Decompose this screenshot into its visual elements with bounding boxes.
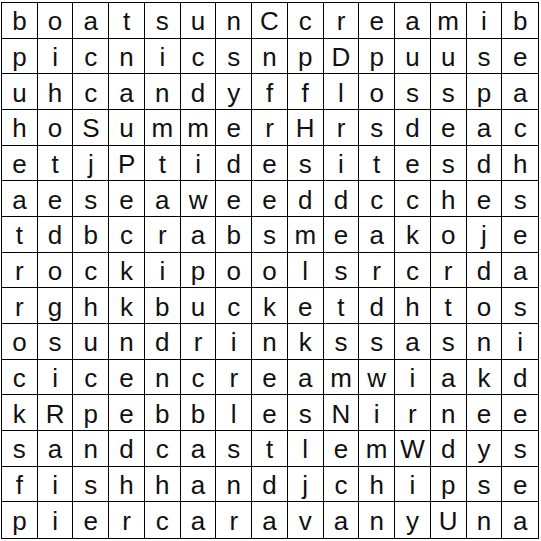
grid-cell[interactable]: d (181, 74, 217, 110)
grid-cell[interactable]: h (2, 110, 38, 146)
grid-cell[interactable]: i (324, 146, 360, 182)
grid-cell[interactable]: a (324, 502, 360, 538)
grid-cell[interactable]: c (109, 217, 145, 253)
grid-cell[interactable]: l (288, 253, 324, 289)
grid-cell[interactable]: p (2, 502, 38, 538)
grid-cell[interactable]: r (359, 253, 395, 289)
grid-cell[interactable]: v (288, 502, 324, 538)
grid-cell[interactable]: s (288, 395, 324, 431)
grid-cell[interactable]: r (181, 324, 217, 360)
grid-cell[interactable]: o (467, 288, 503, 324)
grid-cell[interactable]: n (145, 74, 181, 110)
grid-cell[interactable]: l (288, 431, 324, 467)
grid-cell[interactable]: e (502, 395, 538, 431)
grid-cell[interactable]: y (216, 74, 252, 110)
word-search-grid: boatsunCcreamibpicnicsnpDpuuseuhcandyffl… (1, 2, 539, 539)
grid-cell[interactable]: h (109, 467, 145, 503)
grid-cell[interactable]: r (216, 502, 252, 538)
grid-cell[interactable]: d (324, 181, 360, 217)
grid-cell[interactable]: n (109, 39, 145, 75)
grid-cell[interactable]: p (359, 39, 395, 75)
grid-cell[interactable]: e (467, 395, 503, 431)
grid-cell[interactable]: j (288, 467, 324, 503)
grid-cell[interactable]: n (73, 431, 109, 467)
grid-cell[interactable]: b (145, 395, 181, 431)
grid-cell[interactable]: s (395, 74, 431, 110)
grid-cell[interactable]: s (145, 3, 181, 39)
grid-cell[interactable]: p (467, 74, 503, 110)
grid-cell[interactable]: m (359, 431, 395, 467)
grid-cell[interactable]: p (431, 467, 467, 503)
grid-cell[interactable]: h (38, 74, 74, 110)
grid-cell[interactable]: e (324, 431, 360, 467)
grid-cell[interactable]: e (216, 110, 252, 146)
grid-cell[interactable]: t (324, 288, 360, 324)
grid-cell[interactable]: i (359, 395, 395, 431)
grid-cell[interactable]: o (38, 110, 74, 146)
grid-cell[interactable]: r (431, 253, 467, 289)
grid-cell[interactable]: n (109, 324, 145, 360)
grid-cell[interactable]: n (467, 324, 503, 360)
grid-cell[interactable]: a (431, 360, 467, 396)
grid-cell[interactable]: t (145, 146, 181, 182)
grid-cell[interactable]: a (38, 431, 74, 467)
grid-cell[interactable]: c (73, 360, 109, 396)
grid-cell[interactable]: s (502, 431, 538, 467)
grid-cell[interactable]: e (109, 395, 145, 431)
grid-cell[interactable]: k (395, 217, 431, 253)
grid-cell[interactable]: e (109, 360, 145, 396)
grid-cell[interactable]: t (38, 146, 74, 182)
grid-cell[interactable]: i (181, 146, 217, 182)
grid-cell[interactable]: C (252, 3, 288, 39)
grid-cell[interactable]: u (181, 288, 217, 324)
grid-cell[interactable]: U (431, 502, 467, 538)
grid-cell[interactable]: r (2, 253, 38, 289)
grid-cell[interactable]: c (288, 3, 324, 39)
grid-cell[interactable]: h (502, 146, 538, 182)
grid-cell[interactable]: a (109, 74, 145, 110)
grid-cell[interactable]: a (502, 253, 538, 289)
grid-cell[interactable]: n (145, 360, 181, 396)
grid-cell[interactable]: k (467, 360, 503, 396)
grid-cell[interactable]: s (467, 39, 503, 75)
grid-cell[interactable]: r (252, 110, 288, 146)
grid-cell[interactable]: r (216, 360, 252, 396)
grid-cell[interactable]: a (502, 74, 538, 110)
grid-cell[interactable]: s (359, 110, 395, 146)
grid-cell[interactable]: s (502, 181, 538, 217)
grid-cell[interactable]: n (467, 502, 503, 538)
grid-cell[interactable]: n (431, 395, 467, 431)
grid-cell[interactable]: e (38, 181, 74, 217)
grid-cell[interactable]: s (467, 467, 503, 503)
grid-cell[interactable]: e (252, 360, 288, 396)
grid-cell[interactable]: s (216, 431, 252, 467)
grid-cell[interactable]: e (395, 146, 431, 182)
grid-cell[interactable]: r (395, 395, 431, 431)
grid-cell[interactable]: a (502, 502, 538, 538)
grid-cell[interactable]: d (431, 431, 467, 467)
grid-cell[interactable]: c (216, 288, 252, 324)
grid-cell[interactable]: s (73, 467, 109, 503)
grid-cell[interactable]: n (252, 324, 288, 360)
grid-cell[interactable]: c (73, 39, 109, 75)
grid-cell[interactable]: d (359, 288, 395, 324)
grid-cell[interactable]: d (502, 360, 538, 396)
grid-cell[interactable]: a (288, 360, 324, 396)
grid-cell[interactable]: b (145, 288, 181, 324)
grid-cell[interactable]: s (502, 288, 538, 324)
grid-cell[interactable]: c (73, 253, 109, 289)
grid-cell[interactable]: o (252, 253, 288, 289)
grid-cell[interactable]: e (2, 146, 38, 182)
grid-cell[interactable]: i (38, 360, 74, 396)
grid-cell[interactable]: g (38, 288, 74, 324)
grid-cell[interactable]: o (431, 217, 467, 253)
grid-cell[interactable]: u (73, 324, 109, 360)
grid-cell[interactable]: o (38, 3, 74, 39)
grid-cell[interactable]: d (467, 253, 503, 289)
grid-cell[interactable]: m (324, 360, 360, 396)
grid-cell[interactable]: r (324, 3, 360, 39)
grid-cell[interactable]: o (2, 324, 38, 360)
grid-cell[interactable]: a (145, 181, 181, 217)
grid-cell[interactable]: u (395, 39, 431, 75)
grid-cell[interactable]: s (73, 181, 109, 217)
grid-cell[interactable]: m (181, 110, 217, 146)
grid-cell[interactable]: i (145, 253, 181, 289)
grid-cell[interactable]: s (431, 146, 467, 182)
grid-cell[interactable]: e (502, 217, 538, 253)
grid-cell[interactable]: k (288, 324, 324, 360)
grid-cell[interactable]: b (216, 217, 252, 253)
grid-cell[interactable]: d (38, 217, 74, 253)
grid-cell[interactable]: a (181, 217, 217, 253)
grid-cell[interactable]: f (2, 467, 38, 503)
grid-cell[interactable]: i (467, 3, 503, 39)
grid-cell[interactable]: N (324, 395, 360, 431)
grid-cell[interactable]: i (502, 324, 538, 360)
grid-cell[interactable]: n (252, 39, 288, 75)
grid-cell[interactable]: P (109, 146, 145, 182)
grid-cell[interactable]: k (252, 288, 288, 324)
grid-cell[interactable]: p (2, 39, 38, 75)
grid-cell[interactable]: a (181, 431, 217, 467)
grid-cell[interactable]: b (502, 3, 538, 39)
grid-cell[interactable]: m (145, 110, 181, 146)
grid-cell[interactable]: i (38, 39, 74, 75)
grid-cell[interactable]: e (109, 181, 145, 217)
grid-cell[interactable]: n (359, 502, 395, 538)
grid-cell[interactable]: a (467, 110, 503, 146)
grid-cell[interactable]: e (359, 3, 395, 39)
grid-cell[interactable]: H (288, 110, 324, 146)
grid-cell[interactable]: m (431, 3, 467, 39)
grid-cell[interactable]: s (431, 74, 467, 110)
grid-cell[interactable]: c (181, 360, 217, 396)
grid-cell[interactable]: s (288, 146, 324, 182)
grid-cell[interactable]: s (2, 431, 38, 467)
grid-cell[interactable]: u (2, 74, 38, 110)
grid-cell[interactable]: c (395, 253, 431, 289)
grid-cell[interactable]: i (145, 39, 181, 75)
grid-cell[interactable]: e (431, 110, 467, 146)
grid-cell[interactable]: c (324, 467, 360, 503)
grid-cell[interactable]: e (252, 395, 288, 431)
grid-cell[interactable]: o (38, 253, 74, 289)
grid-cell[interactable]: f (252, 74, 288, 110)
grid-cell[interactable]: d (252, 467, 288, 503)
grid-cell[interactable]: k (2, 395, 38, 431)
grid-cell[interactable]: i (395, 467, 431, 503)
grid-cell[interactable]: c (145, 502, 181, 538)
grid-cell[interactable]: e (73, 502, 109, 538)
grid-cell[interactable]: d (216, 146, 252, 182)
grid-cell[interactable]: d (145, 324, 181, 360)
grid-cell[interactable]: c (359, 181, 395, 217)
grid-cell[interactable]: r (324, 110, 360, 146)
grid-cell[interactable]: e (502, 467, 538, 503)
grid-cell[interactable]: a (181, 467, 217, 503)
grid-cell[interactable]: a (73, 3, 109, 39)
grid-cell[interactable]: y (395, 502, 431, 538)
grid-cell[interactable]: t (2, 217, 38, 253)
grid-cell[interactable]: b (181, 395, 217, 431)
grid-cell[interactable]: W (395, 431, 431, 467)
grid-cell[interactable]: s (216, 39, 252, 75)
grid-cell[interactable]: o (216, 253, 252, 289)
grid-cell[interactable]: r (145, 217, 181, 253)
grid-cell[interactable]: y (467, 431, 503, 467)
grid-cell[interactable]: p (73, 395, 109, 431)
grid-cell[interactable]: j (467, 217, 503, 253)
grid-cell[interactable]: b (2, 3, 38, 39)
grid-cell[interactable]: b (73, 217, 109, 253)
grid-cell[interactable]: a (252, 502, 288, 538)
grid-cell[interactable]: s (252, 217, 288, 253)
grid-cell[interactable]: j (73, 146, 109, 182)
grid-cell[interactable]: t (431, 288, 467, 324)
grid-cell[interactable]: p (181, 253, 217, 289)
grid-cell[interactable]: s (324, 253, 360, 289)
grid-cell[interactable]: D (324, 39, 360, 75)
grid-cell[interactable]: u (181, 3, 217, 39)
grid-cell[interactable]: p (288, 39, 324, 75)
grid-cell[interactable]: e (252, 146, 288, 182)
grid-cell[interactable]: w (181, 181, 217, 217)
grid-cell[interactable]: c (395, 181, 431, 217)
grid-cell[interactable]: i (395, 360, 431, 396)
grid-cell[interactable]: r (2, 288, 38, 324)
grid-cell[interactable]: a (359, 217, 395, 253)
grid-cell[interactable]: h (359, 467, 395, 503)
grid-cell[interactable]: r (109, 502, 145, 538)
grid-cell[interactable]: e (216, 181, 252, 217)
grid-cell[interactable]: d (109, 431, 145, 467)
grid-cell[interactable]: c (73, 74, 109, 110)
grid-cell[interactable]: m (288, 217, 324, 253)
grid-cell[interactable]: d (288, 181, 324, 217)
grid-cell[interactable]: e (252, 181, 288, 217)
grid-cell[interactable]: a (181, 502, 217, 538)
grid-cell[interactable]: n (216, 3, 252, 39)
grid-cell[interactable]: a (2, 181, 38, 217)
grid-cell[interactable]: s (38, 324, 74, 360)
grid-cell[interactable]: t (109, 3, 145, 39)
grid-cell[interactable]: d (395, 110, 431, 146)
grid-cell[interactable]: k (109, 288, 145, 324)
grid-cell[interactable]: h (73, 288, 109, 324)
grid-cell[interactable]: i (38, 502, 74, 538)
grid-cell[interactable]: d (467, 146, 503, 182)
grid-cell[interactable]: c (145, 431, 181, 467)
grid-cell[interactable]: S (73, 110, 109, 146)
grid-cell[interactable]: u (109, 110, 145, 146)
grid-cell[interactable]: i (216, 324, 252, 360)
grid-cell[interactable]: c (2, 360, 38, 396)
grid-cell[interactable]: l (216, 395, 252, 431)
grid-cell[interactable]: t (252, 431, 288, 467)
grid-cell[interactable]: h (395, 288, 431, 324)
grid-cell[interactable]: h (431, 181, 467, 217)
grid-cell[interactable]: k (109, 253, 145, 289)
grid-cell[interactable]: t (359, 146, 395, 182)
grid-cell[interactable]: f (288, 74, 324, 110)
grid-cell[interactable]: w (359, 360, 395, 396)
grid-cell[interactable]: s (431, 324, 467, 360)
grid-cell[interactable]: s (324, 324, 360, 360)
grid-cell[interactable]: c (502, 110, 538, 146)
grid-cell[interactable]: u (431, 39, 467, 75)
grid-cell[interactable]: h (145, 467, 181, 503)
grid-cell[interactable]: l (324, 74, 360, 110)
grid-cell[interactable]: e (324, 217, 360, 253)
grid-cell[interactable]: i (38, 467, 74, 503)
grid-cell[interactable]: a (395, 3, 431, 39)
grid-cell[interactable]: e (467, 181, 503, 217)
grid-cell[interactable]: a (395, 324, 431, 360)
grid-cell[interactable]: s (359, 324, 395, 360)
grid-cell[interactable]: o (359, 74, 395, 110)
grid-cell[interactable]: n (216, 467, 252, 503)
grid-cell[interactable]: R (38, 395, 74, 431)
grid-cell[interactable]: c (181, 39, 217, 75)
grid-cell[interactable]: e (288, 288, 324, 324)
grid-cell[interactable]: e (502, 39, 538, 75)
